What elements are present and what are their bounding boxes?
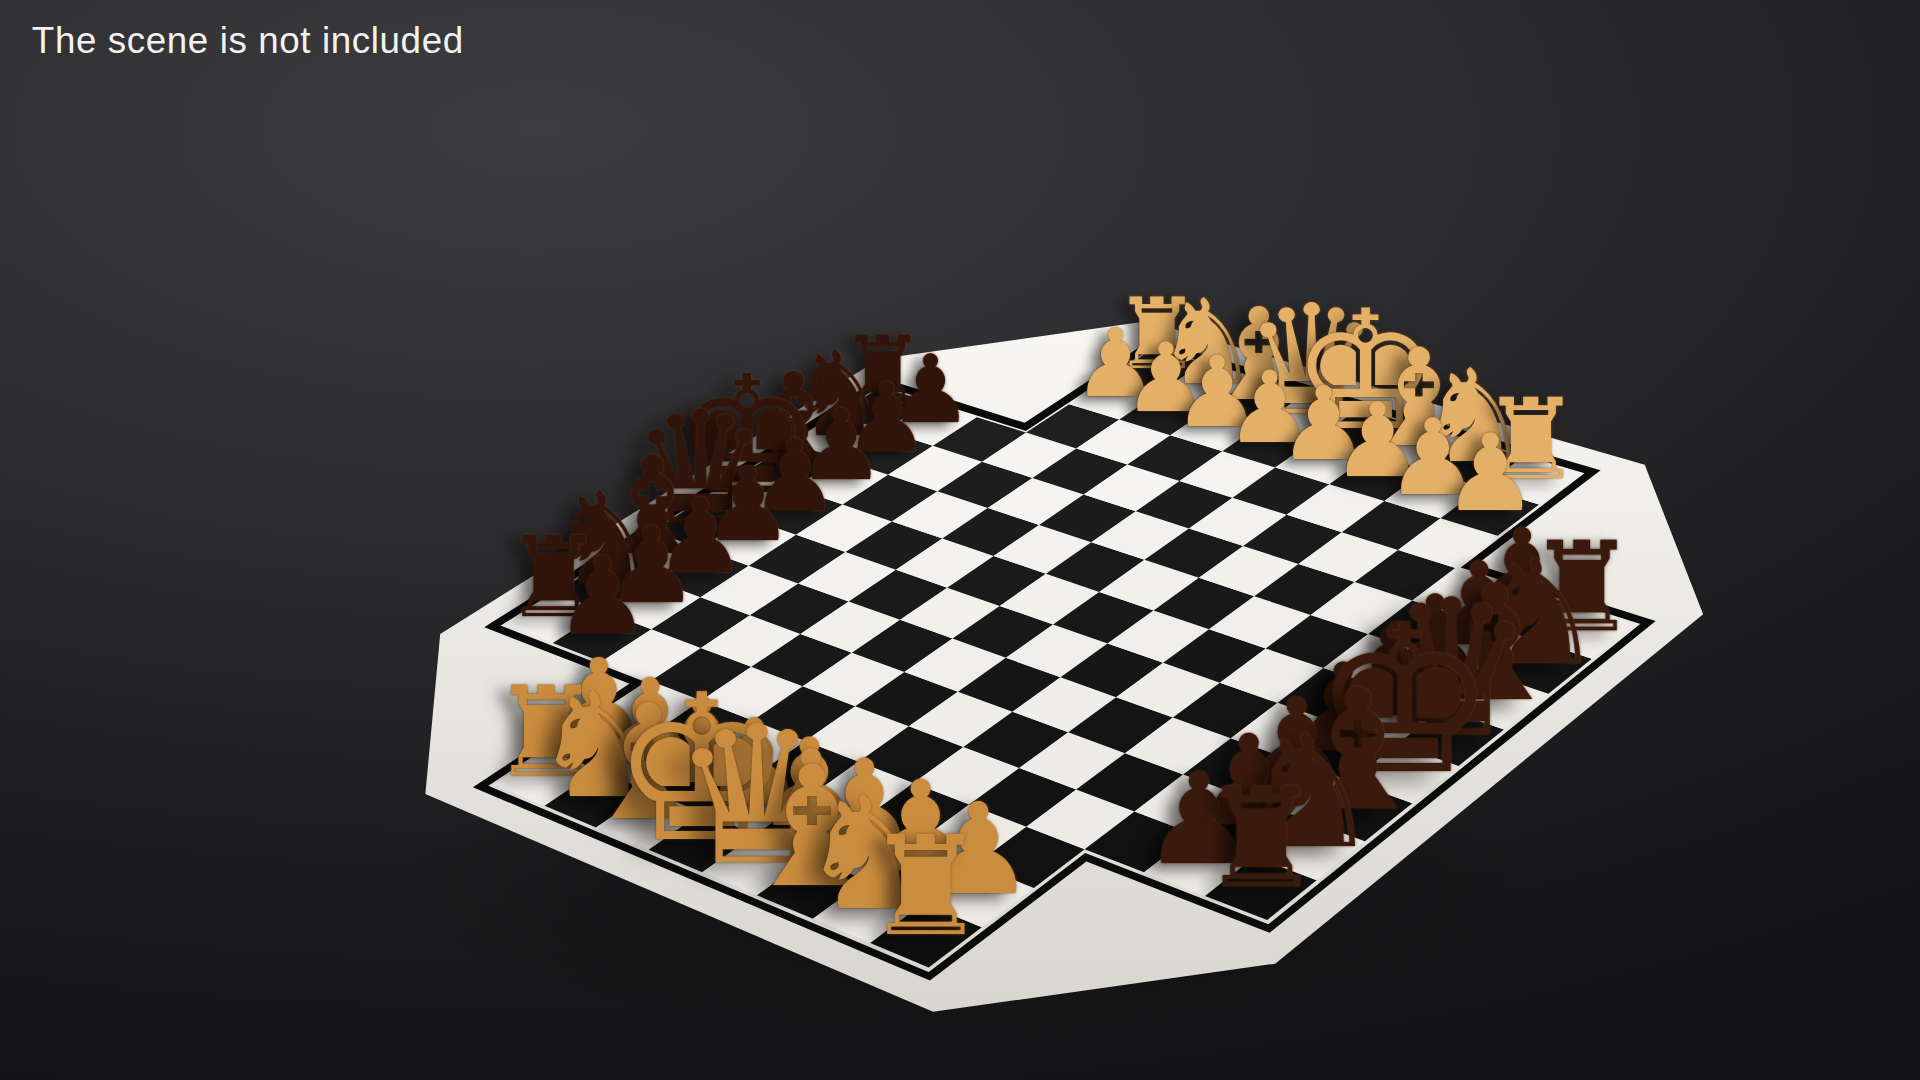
piece-l2-R-r10c0[interactable]: ♜ xyxy=(864,818,987,955)
scene: The scene is not included ♜♞♟♝♜♟♛♟♟♚♞♟♝♟… xyxy=(0,0,1920,1080)
watermark-text: The scene is not included xyxy=(32,20,464,62)
piece-d2-R-r13c3[interactable]: ♜ xyxy=(1200,770,1323,907)
